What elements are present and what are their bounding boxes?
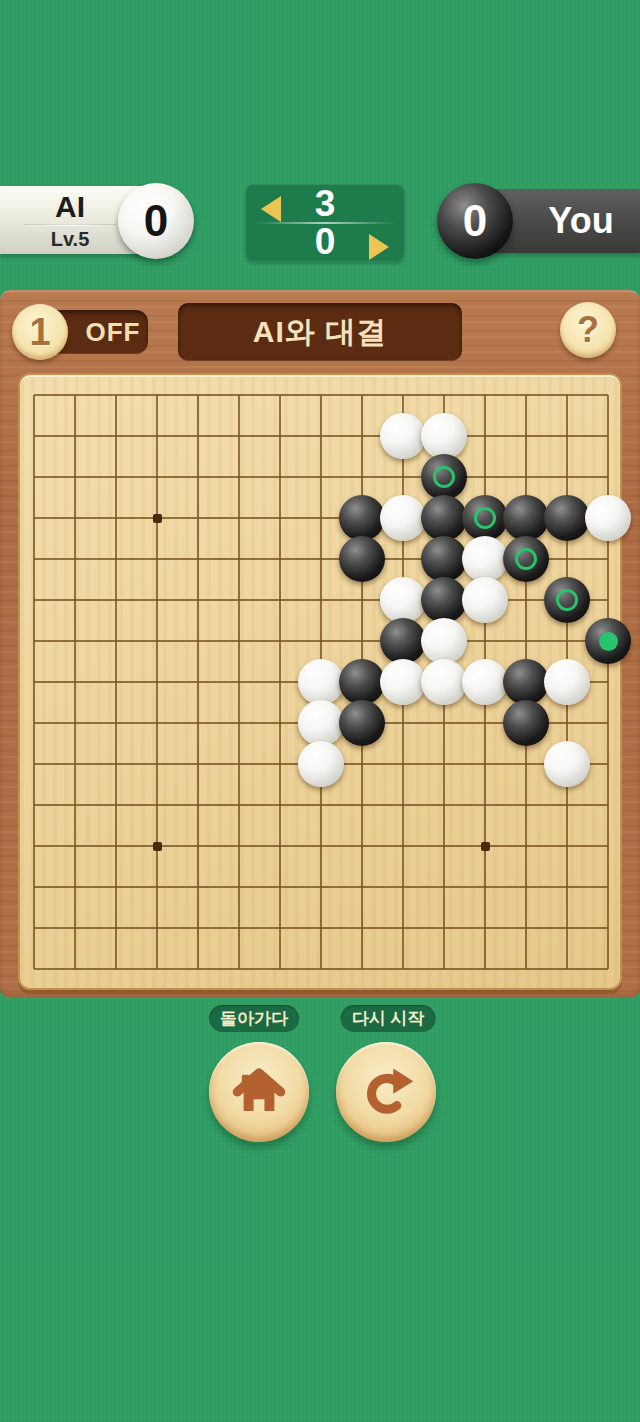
stone-white: [298, 700, 344, 746]
stone-black: [544, 577, 590, 623]
grid-line-horizontal: [34, 845, 608, 847]
stone-white: [380, 577, 426, 623]
ai-level: Lv.5: [18, 228, 122, 250]
last-move-marker: [599, 632, 618, 651]
stone-black: [503, 495, 549, 541]
stone-black: [503, 659, 549, 705]
stone-white: [544, 659, 590, 705]
stone-black: [544, 495, 590, 541]
stone-white: [462, 659, 508, 705]
ai-name-block: AI Lv.5: [18, 191, 122, 250]
stone-black: [421, 536, 467, 582]
stone-black: [421, 577, 467, 623]
stone-white: [421, 413, 467, 459]
stone-white: [585, 495, 631, 541]
star-point: [153, 514, 162, 523]
score-bar: AI Lv.5 0 3 0 You 0: [0, 0, 640, 280]
stone-white: [298, 659, 344, 705]
home-button[interactable]: [209, 1042, 309, 1142]
app-screen: AI Lv.5 0 3 0 You 0 OFF 1 AI와 대결 ? 돌아가다 …: [0, 0, 640, 1422]
ai-name: AI: [18, 191, 122, 223]
stone-black: [380, 618, 426, 664]
next-round-arrow-icon[interactable]: [369, 234, 389, 260]
grid-line-horizontal: [34, 968, 608, 970]
stone-black: [503, 536, 549, 582]
stone-white: [421, 618, 467, 664]
home-icon: [230, 1063, 288, 1121]
grid-line-horizontal: [34, 886, 608, 888]
ai-white-stone-score: 0: [118, 183, 194, 259]
stone-white: [421, 659, 467, 705]
wood-frame: OFF 1 AI와 대결 ?: [0, 290, 640, 998]
grid-line-horizontal: [34, 927, 608, 929]
stone-black: [339, 659, 385, 705]
round-wins-top: 3: [245, 185, 405, 223]
star-point: [153, 842, 162, 851]
stone-white: [462, 577, 508, 623]
win-line-marker: [515, 548, 537, 570]
star-point: [481, 842, 490, 851]
round-counter: 3 0: [245, 184, 405, 262]
win-line-marker: [556, 589, 578, 611]
restart-button-label: 다시 시작: [341, 1005, 436, 1032]
stone-black: [339, 700, 385, 746]
win-line-marker: [433, 466, 455, 488]
stone-white: [462, 536, 508, 582]
stone-black: [503, 700, 549, 746]
stone-black: [421, 495, 467, 541]
stone-white: [380, 495, 426, 541]
help-button[interactable]: ?: [560, 302, 616, 358]
stone-white: [298, 741, 344, 787]
stone-white: [380, 659, 426, 705]
stone-black: [585, 618, 631, 664]
round-number-badge[interactable]: 1: [12, 304, 68, 360]
ai-name-divider: [24, 224, 116, 226]
stone-black: [462, 495, 508, 541]
restart-button[interactable]: [336, 1042, 436, 1142]
go-board[interactable]: [18, 373, 622, 990]
home-button-label: 돌아가다: [209, 1005, 299, 1032]
win-line-marker: [474, 507, 496, 529]
grid-line-horizontal: [34, 804, 608, 806]
refresh-icon: [357, 1063, 415, 1121]
stone-white: [544, 741, 590, 787]
stone-black: [421, 454, 467, 500]
stone-black: [339, 536, 385, 582]
mode-title: AI와 대결: [178, 303, 462, 361]
grid-line-vertical: [607, 395, 609, 969]
stone-white: [380, 413, 426, 459]
you-black-stone-score: 0: [437, 183, 513, 259]
stone-black: [339, 495, 385, 541]
